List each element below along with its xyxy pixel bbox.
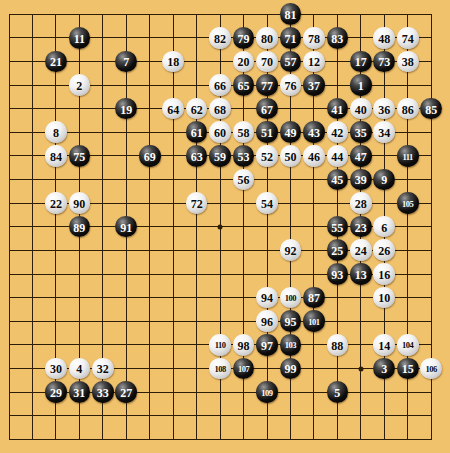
stone-black-105: 105 — [397, 192, 419, 214]
stone-black-109: 109 — [256, 381, 278, 403]
stone-white-98: 98 — [233, 334, 255, 356]
stone-white-100: 100 — [280, 287, 302, 309]
stone-move-number: 25 — [331, 245, 343, 257]
stone-move-number: 90 — [73, 198, 85, 210]
stone-white-26: 26 — [373, 239, 395, 261]
stone-white-106: 106 — [420, 358, 442, 380]
stone-move-number: 1 — [358, 80, 364, 92]
stone-move-number: 51 — [261, 127, 273, 139]
stone-white-58: 58 — [233, 121, 255, 143]
stone-white-48: 48 — [373, 27, 395, 49]
stone-black-55: 55 — [327, 216, 349, 238]
stone-black-63: 63 — [186, 145, 208, 167]
stone-black-71: 71 — [280, 27, 302, 49]
stone-move-number: 35 — [355, 127, 367, 139]
stone-white-40: 40 — [350, 98, 372, 120]
stone-move-number: 31 — [73, 386, 85, 398]
stone-move-number: 70 — [261, 56, 273, 68]
stone-black-59: 59 — [209, 145, 231, 167]
stone-white-84: 84 — [45, 145, 67, 167]
stone-move-number: 52 — [261, 150, 273, 162]
stone-black-51: 51 — [256, 121, 278, 143]
stone-black-3: 3 — [373, 358, 395, 380]
stone-move-number: 80 — [261, 32, 273, 44]
stone-white-38: 38 — [397, 51, 419, 73]
stone-black-45: 45 — [327, 169, 349, 191]
stone-black-75: 75 — [69, 145, 91, 167]
stone-move-number: 23 — [355, 221, 367, 233]
stone-black-77: 77 — [256, 74, 278, 96]
stone-move-number: 93 — [331, 268, 343, 280]
stone-move-number: 14 — [378, 339, 390, 351]
stone-black-99: 99 — [280, 358, 302, 380]
stone-white-36: 36 — [373, 98, 395, 120]
stone-move-number: 2 — [76, 80, 82, 92]
stone-move-number: 3 — [381, 363, 387, 375]
stone-move-number: 111 — [403, 152, 413, 161]
stone-white-14: 14 — [373, 334, 395, 356]
stone-white-34: 34 — [373, 121, 395, 143]
stone-black-7: 7 — [115, 51, 137, 73]
stone-move-number: 41 — [331, 103, 343, 115]
stone-black-49: 49 — [280, 121, 302, 143]
stone-move-number: 84 — [50, 150, 62, 162]
stone-black-79: 79 — [233, 27, 255, 49]
stone-move-number: 44 — [331, 150, 343, 162]
stone-move-number: 26 — [378, 245, 390, 257]
stone-black-53: 53 — [233, 145, 255, 167]
stone-white-66: 66 — [209, 74, 231, 96]
stone-black-87: 87 — [303, 287, 325, 309]
stone-move-number: 81 — [284, 9, 296, 21]
stone-move-number: 43 — [308, 127, 320, 139]
stone-white-82: 82 — [209, 27, 231, 49]
stone-move-number: 55 — [331, 221, 343, 233]
stone-black-73: 73 — [373, 51, 395, 73]
stone-white-30: 30 — [45, 358, 67, 380]
stone-black-39: 39 — [350, 169, 372, 191]
stone-move-number: 54 — [261, 198, 273, 210]
stone-black-89: 89 — [69, 216, 91, 238]
stone-black-61: 61 — [186, 121, 208, 143]
stone-move-number: 37 — [308, 80, 320, 92]
stone-white-88: 88 — [327, 334, 349, 356]
stone-move-number: 73 — [378, 56, 390, 68]
stone-white-22: 22 — [45, 192, 67, 214]
stone-move-number: 49 — [284, 127, 296, 139]
stone-white-70: 70 — [256, 51, 278, 73]
stone-black-33: 33 — [92, 381, 114, 403]
stone-white-86: 86 — [397, 98, 419, 120]
stone-white-68: 68 — [209, 98, 231, 120]
stone-move-number: 27 — [120, 386, 132, 398]
stone-move-number: 92 — [284, 245, 296, 257]
stone-black-107: 107 — [233, 358, 255, 380]
stone-white-16: 16 — [373, 263, 395, 285]
stone-move-number: 36 — [378, 103, 390, 115]
stone-white-46: 46 — [303, 145, 325, 167]
stone-move-number: 100 — [285, 294, 296, 303]
stone-black-103: 103 — [280, 334, 302, 356]
stone-white-78: 78 — [303, 27, 325, 49]
stone-white-60: 60 — [209, 121, 231, 143]
stone-black-41: 41 — [327, 98, 349, 120]
stone-move-number: 66 — [214, 80, 226, 92]
stone-white-28: 28 — [350, 192, 372, 214]
stone-move-number: 105 — [402, 199, 413, 208]
stone-move-number: 72 — [191, 198, 203, 210]
stone-move-number: 109 — [261, 388, 272, 397]
stone-black-83: 83 — [327, 27, 349, 49]
stone-black-23: 23 — [350, 216, 372, 238]
stone-move-number: 82 — [214, 32, 226, 44]
stone-move-number: 94 — [261, 292, 273, 304]
stone-move-number: 71 — [284, 32, 296, 44]
stone-move-number: 10 — [378, 292, 390, 304]
stone-move-number: 8 — [53, 127, 59, 139]
stone-white-44: 44 — [327, 145, 349, 167]
stone-black-95: 95 — [280, 310, 302, 332]
stone-move-number: 53 — [238, 150, 250, 162]
stone-move-number: 56 — [238, 174, 250, 186]
stone-move-number: 67 — [261, 103, 273, 115]
stone-black-57: 57 — [280, 51, 302, 73]
stone-move-number: 62 — [191, 103, 203, 115]
stone-black-35: 35 — [350, 121, 372, 143]
stone-black-97: 97 — [256, 334, 278, 356]
stone-move-number: 48 — [378, 32, 390, 44]
stone-move-number: 78 — [308, 32, 320, 44]
stone-black-37: 37 — [303, 74, 325, 96]
stone-move-number: 95 — [284, 316, 296, 328]
stone-move-number: 87 — [308, 292, 320, 304]
stone-black-85: 85 — [420, 98, 442, 120]
stone-black-13: 13 — [350, 263, 372, 285]
stone-move-number: 99 — [284, 363, 296, 375]
stone-black-19: 19 — [115, 98, 137, 120]
stone-white-4: 4 — [69, 358, 91, 380]
stone-move-number: 97 — [261, 339, 273, 351]
stone-white-32: 32 — [92, 358, 114, 380]
stone-white-110: 110 — [209, 334, 231, 356]
stone-move-number: 32 — [97, 363, 109, 375]
stone-move-number: 60 — [214, 127, 226, 139]
stone-white-104: 104 — [397, 334, 419, 356]
stone-move-number: 11 — [74, 32, 85, 44]
stone-black-69: 69 — [139, 145, 161, 167]
stone-black-5: 5 — [327, 381, 349, 403]
stone-white-74: 74 — [397, 27, 419, 49]
stone-move-number: 46 — [308, 150, 320, 162]
stone-move-number: 85 — [425, 103, 437, 115]
stone-white-96: 96 — [256, 310, 278, 332]
stone-white-72: 72 — [186, 192, 208, 214]
stone-move-number: 98 — [238, 339, 250, 351]
stone-move-number: 69 — [144, 150, 156, 162]
stone-move-number: 28 — [355, 198, 367, 210]
stone-move-number: 12 — [308, 56, 320, 68]
stone-move-number: 91 — [120, 221, 132, 233]
stone-move-number: 18 — [167, 56, 179, 68]
stone-move-number: 24 — [355, 245, 367, 257]
stone-move-number: 45 — [331, 174, 343, 186]
stone-move-number: 103 — [285, 341, 296, 350]
stone-move-number: 110 — [215, 341, 226, 350]
stone-black-17: 17 — [350, 51, 372, 73]
stone-white-94: 94 — [256, 287, 278, 309]
stone-black-91: 91 — [115, 216, 137, 238]
stone-move-number: 106 — [426, 365, 437, 374]
stone-move-number: 88 — [331, 339, 343, 351]
stone-move-number: 64 — [167, 103, 179, 115]
stone-white-20: 20 — [233, 51, 255, 73]
stone-move-number: 57 — [284, 56, 296, 68]
stone-black-11: 11 — [69, 27, 91, 49]
stone-white-90: 90 — [69, 192, 91, 214]
stone-white-8: 8 — [45, 121, 67, 143]
stone-move-number: 65 — [238, 80, 250, 92]
stone-black-1: 1 — [350, 74, 372, 96]
stone-white-108: 108 — [209, 358, 231, 380]
stone-move-number: 107 — [238, 365, 249, 374]
stone-move-number: 58 — [238, 127, 250, 139]
stone-move-number: 83 — [331, 32, 343, 44]
stone-black-29: 29 — [45, 381, 67, 403]
stone-black-93: 93 — [327, 263, 349, 285]
stone-move-number: 68 — [214, 103, 226, 115]
stone-move-number: 59 — [214, 150, 226, 162]
stone-move-number: 19 — [120, 103, 132, 115]
go-board[interactable]: 1234567891011121314151617181920212223242… — [0, 0, 450, 453]
stone-move-number: 75 — [73, 150, 85, 162]
stone-white-24: 24 — [350, 239, 372, 261]
stone-white-52: 52 — [256, 145, 278, 167]
stone-move-number: 15 — [402, 363, 414, 375]
stone-move-number: 79 — [238, 32, 250, 44]
stone-move-number: 22 — [50, 198, 62, 210]
stone-black-67: 67 — [256, 98, 278, 120]
stone-move-number: 108 — [214, 365, 225, 374]
stone-move-number: 101 — [308, 317, 319, 326]
stone-white-54: 54 — [256, 192, 278, 214]
stone-white-64: 64 — [162, 98, 184, 120]
stone-white-76: 76 — [280, 74, 302, 96]
stone-white-92: 92 — [280, 239, 302, 261]
stone-move-number: 40 — [355, 103, 367, 115]
stone-black-81: 81 — [280, 3, 302, 25]
stones-grid: 1234567891011121314151617181920212223242… — [0, 2, 443, 451]
stone-white-80: 80 — [256, 27, 278, 49]
stone-white-56: 56 — [233, 169, 255, 191]
stone-move-number: 42 — [331, 127, 343, 139]
stone-white-12: 12 — [303, 51, 325, 73]
stone-move-number: 96 — [261, 316, 273, 328]
stone-white-6: 6 — [373, 216, 395, 238]
stone-white-10: 10 — [373, 287, 395, 309]
stone-black-101: 101 — [303, 310, 325, 332]
stone-move-number: 89 — [73, 221, 85, 233]
stone-move-number: 29 — [50, 386, 62, 398]
stone-move-number: 30 — [50, 363, 62, 375]
stone-move-number: 21 — [50, 56, 62, 68]
stone-black-21: 21 — [45, 51, 67, 73]
stone-move-number: 34 — [378, 127, 390, 139]
stone-black-9: 9 — [373, 169, 395, 191]
stone-white-18: 18 — [162, 51, 184, 73]
stone-move-number: 13 — [355, 268, 367, 280]
stone-move-number: 50 — [284, 150, 296, 162]
stone-move-number: 16 — [378, 268, 390, 280]
stone-black-47: 47 — [350, 145, 372, 167]
stone-black-15: 15 — [397, 358, 419, 380]
stone-move-number: 39 — [355, 174, 367, 186]
stone-black-111: 111 — [397, 145, 419, 167]
stone-move-number: 104 — [402, 341, 413, 350]
stone-move-number: 86 — [402, 103, 414, 115]
stone-white-2: 2 — [69, 74, 91, 96]
stone-white-62: 62 — [186, 98, 208, 120]
stone-move-number: 47 — [355, 150, 367, 162]
stone-black-27: 27 — [115, 381, 137, 403]
stone-move-number: 4 — [76, 363, 82, 375]
stone-black-43: 43 — [303, 121, 325, 143]
stone-move-number: 77 — [261, 80, 273, 92]
stone-black-65: 65 — [233, 74, 255, 96]
stone-move-number: 76 — [284, 80, 296, 92]
stone-black-25: 25 — [327, 239, 349, 261]
stone-move-number: 38 — [402, 56, 414, 68]
stone-move-number: 61 — [191, 127, 203, 139]
stone-move-number: 63 — [191, 150, 203, 162]
stone-move-number: 33 — [97, 386, 109, 398]
stone-move-number: 9 — [381, 174, 387, 186]
stone-black-31: 31 — [69, 381, 91, 403]
stone-white-50: 50 — [280, 145, 302, 167]
stone-move-number: 7 — [123, 56, 129, 68]
stone-move-number: 74 — [402, 32, 414, 44]
stone-move-number: 6 — [381, 221, 387, 233]
stone-white-42: 42 — [327, 121, 349, 143]
stone-move-number: 17 — [355, 56, 367, 68]
stone-move-number: 5 — [334, 386, 340, 398]
stone-move-number: 20 — [238, 56, 250, 68]
